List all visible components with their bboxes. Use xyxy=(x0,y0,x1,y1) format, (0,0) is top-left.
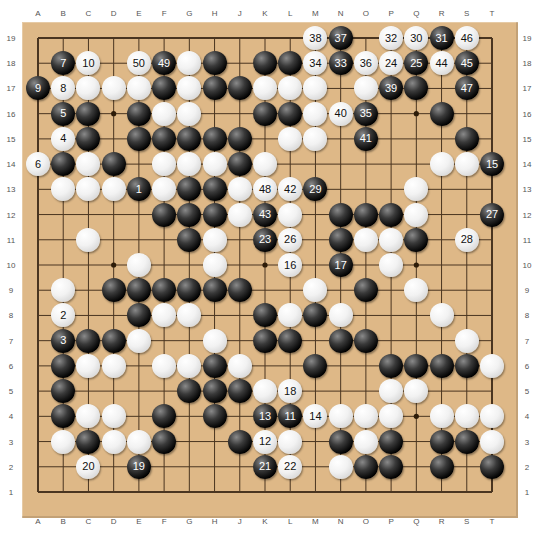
stone-black-B16: 5 xyxy=(51,102,75,126)
coord-bottom-Q: Q xyxy=(413,517,419,526)
coord-bottom-L: L xyxy=(288,517,292,526)
stone-white-E7 xyxy=(127,329,151,353)
stone-black-K11: 23 xyxy=(253,228,277,252)
coord-bottom-F: F xyxy=(162,517,167,526)
go-diagram: 3837323031467105049343336242544459839475… xyxy=(0,0,540,540)
stone-white-C17 xyxy=(76,76,100,100)
stone-black-B7: 3 xyxy=(51,329,75,353)
stone-black-J9 xyxy=(228,278,252,302)
stone-black-M6 xyxy=(303,354,327,378)
stone-white-B13 xyxy=(51,177,75,201)
stone-black-O12 xyxy=(354,203,378,227)
coord-top-R: R xyxy=(439,9,445,18)
stone-black-N3 xyxy=(329,430,353,454)
stone-black-O15: 41 xyxy=(354,127,378,151)
stone-black-N19: 37 xyxy=(329,26,353,50)
stone-black-J3 xyxy=(228,430,252,454)
stone-black-C15 xyxy=(76,127,100,151)
coord-right-3: 3 xyxy=(525,437,529,446)
stone-white-L15 xyxy=(278,127,302,151)
stone-white-S7 xyxy=(455,329,479,353)
stone-white-J12 xyxy=(228,203,252,227)
stone-black-N7 xyxy=(329,329,353,353)
stone-black-P6 xyxy=(379,354,403,378)
stone-black-E15 xyxy=(127,127,151,151)
stone-black-Q18: 25 xyxy=(404,51,428,75)
stone-black-D7 xyxy=(102,329,126,353)
stone-black-N18: 33 xyxy=(329,51,353,75)
coord-left-8: 8 xyxy=(9,311,13,320)
stone-black-B6 xyxy=(51,354,75,378)
stone-white-Q9 xyxy=(404,278,428,302)
coord-bottom-B: B xyxy=(61,517,66,526)
coord-right-18: 18 xyxy=(523,59,532,68)
coord-bottom-J: J xyxy=(238,517,242,526)
coord-left-9: 9 xyxy=(9,286,13,295)
stone-white-C14 xyxy=(76,152,100,176)
stone-white-O11 xyxy=(354,228,378,252)
stone-black-B4 xyxy=(51,404,75,428)
coord-left-13: 13 xyxy=(7,185,16,194)
stone-white-D3 xyxy=(102,430,126,454)
stone-black-O2 xyxy=(354,455,378,479)
stone-white-A14: 6 xyxy=(26,152,50,176)
coord-left-4: 4 xyxy=(9,412,13,421)
stone-black-L7 xyxy=(278,329,302,353)
stone-black-R3 xyxy=(430,430,454,454)
stone-black-C3 xyxy=(76,430,100,454)
stone-white-R8 xyxy=(430,303,454,327)
stone-white-O18: 36 xyxy=(354,51,378,75)
stone-white-G8 xyxy=(177,303,201,327)
coord-top-T: T xyxy=(490,9,495,18)
coord-left-6: 6 xyxy=(9,361,13,370)
stone-black-B14 xyxy=(51,152,75,176)
stone-white-K5 xyxy=(253,379,277,403)
stone-black-D14 xyxy=(102,152,126,176)
stone-black-P3 xyxy=(379,430,403,454)
stone-black-H9 xyxy=(203,278,227,302)
stone-black-E8 xyxy=(127,303,151,327)
stone-black-Q17 xyxy=(404,76,428,100)
stone-black-O7 xyxy=(354,329,378,353)
coord-top-C: C xyxy=(86,9,92,18)
coord-right-8: 8 xyxy=(525,311,529,320)
stone-black-H13 xyxy=(203,177,227,201)
stone-black-K18 xyxy=(253,51,277,75)
stone-black-M8 xyxy=(303,303,327,327)
coord-bottom-O: O xyxy=(363,517,369,526)
stone-white-K13: 48 xyxy=(253,177,277,201)
coord-top-P: P xyxy=(388,9,393,18)
go-board[interactable]: 3837323031467105049343336242544459839475… xyxy=(22,22,518,518)
stone-black-R2 xyxy=(430,455,454,479)
stone-black-F3 xyxy=(152,430,176,454)
stone-white-F6 xyxy=(152,354,176,378)
stone-white-E18: 50 xyxy=(127,51,151,75)
stone-black-K2: 21 xyxy=(253,455,277,479)
coord-left-19: 19 xyxy=(7,34,16,43)
coord-right-19: 19 xyxy=(523,34,532,43)
stone-white-L2: 22 xyxy=(278,455,302,479)
stone-white-J13 xyxy=(228,177,252,201)
stone-white-B9 xyxy=(51,278,75,302)
stone-white-P10 xyxy=(379,253,403,277)
coord-left-16: 16 xyxy=(7,109,16,118)
stone-black-K12: 43 xyxy=(253,203,277,227)
stone-white-P11 xyxy=(379,228,403,252)
coord-right-13: 13 xyxy=(523,185,532,194)
coord-bottom-A: A xyxy=(35,517,40,526)
stone-white-G16 xyxy=(177,102,201,126)
stone-white-L17 xyxy=(278,76,302,100)
stone-black-G5 xyxy=(177,379,201,403)
stone-black-L18 xyxy=(278,51,302,75)
coord-right-10: 10 xyxy=(523,261,532,270)
stone-white-C13 xyxy=(76,177,100,201)
coord-left-15: 15 xyxy=(7,134,16,143)
stone-white-M18: 34 xyxy=(303,51,327,75)
coord-bottom-R: R xyxy=(439,517,445,526)
stone-black-F15 xyxy=(152,127,176,151)
stone-white-E17 xyxy=(127,76,151,100)
coord-top-H: H xyxy=(212,9,218,18)
coord-top-E: E xyxy=(136,9,141,18)
stone-black-H15 xyxy=(203,127,227,151)
stone-white-S4 xyxy=(455,404,479,428)
stone-white-M19: 38 xyxy=(303,26,327,50)
coord-left-17: 17 xyxy=(7,84,16,93)
stone-black-F17 xyxy=(152,76,176,100)
coord-top-M: M xyxy=(312,9,319,18)
stone-white-T6 xyxy=(480,354,504,378)
stone-black-S18: 45 xyxy=(455,51,479,75)
coord-right-7: 7 xyxy=(525,336,529,345)
stone-white-E3 xyxy=(127,430,151,454)
stone-black-B18: 7 xyxy=(51,51,75,75)
stone-black-Q11 xyxy=(404,228,428,252)
stone-black-K7 xyxy=(253,329,277,353)
coord-bottom-C: C xyxy=(86,517,92,526)
stone-black-O9 xyxy=(354,278,378,302)
coord-right-4: 4 xyxy=(525,412,529,421)
stone-white-C11 xyxy=(76,228,100,252)
stone-white-T4 xyxy=(480,404,504,428)
stone-white-E10 xyxy=(127,253,151,277)
stone-white-D17 xyxy=(102,76,126,100)
stone-black-E13: 1 xyxy=(127,177,151,201)
coord-left-5: 5 xyxy=(9,387,13,396)
stone-black-E9 xyxy=(127,278,151,302)
stone-white-P19: 32 xyxy=(379,26,403,50)
coord-right-15: 15 xyxy=(523,134,532,143)
stone-black-K4: 13 xyxy=(253,404,277,428)
coord-right-14: 14 xyxy=(523,160,532,169)
stone-white-L10: 16 xyxy=(278,253,302,277)
stone-white-D13 xyxy=(102,177,126,201)
stone-white-L11: 26 xyxy=(278,228,302,252)
stone-black-L16 xyxy=(278,102,302,126)
stone-black-H18 xyxy=(203,51,227,75)
stone-white-C4 xyxy=(76,404,100,428)
stone-white-L13: 42 xyxy=(278,177,302,201)
stone-white-G17 xyxy=(177,76,201,100)
stone-black-S3 xyxy=(455,430,479,454)
stone-black-G11 xyxy=(177,228,201,252)
stone-black-J15 xyxy=(228,127,252,151)
stone-white-B15: 4 xyxy=(51,127,75,151)
coord-right-17: 17 xyxy=(523,84,532,93)
stone-black-N10: 17 xyxy=(329,253,353,277)
coord-bottom-H: H xyxy=(212,517,218,526)
stone-white-F13 xyxy=(152,177,176,201)
stone-black-Q6 xyxy=(404,354,428,378)
coord-top-L: L xyxy=(288,9,292,18)
coord-top-S: S xyxy=(464,9,469,18)
stone-white-M4: 14 xyxy=(303,404,327,428)
coord-bottom-E: E xyxy=(136,517,141,526)
stone-black-G15 xyxy=(177,127,201,151)
stone-black-P2 xyxy=(379,455,403,479)
stone-white-G18 xyxy=(177,51,201,75)
stone-black-F18: 49 xyxy=(152,51,176,75)
stone-black-K16 xyxy=(253,102,277,126)
stone-white-Q12 xyxy=(404,203,428,227)
stone-black-B5 xyxy=(51,379,75,403)
coord-bottom-T: T xyxy=(490,517,495,526)
stone-white-Q19: 30 xyxy=(404,26,428,50)
stone-black-T12: 27 xyxy=(480,203,504,227)
coord-right-11: 11 xyxy=(523,235,531,244)
stone-white-K14 xyxy=(253,152,277,176)
stone-white-G6 xyxy=(177,354,201,378)
coord-top-B: B xyxy=(61,9,66,18)
stone-white-R18: 44 xyxy=(430,51,454,75)
stone-white-N4 xyxy=(329,404,353,428)
stone-white-F16 xyxy=(152,102,176,126)
coord-top-Q: Q xyxy=(413,9,419,18)
stone-white-Q5 xyxy=(404,379,428,403)
stone-black-C16 xyxy=(76,102,100,126)
stone-white-F14 xyxy=(152,152,176,176)
stone-white-M15 xyxy=(303,127,327,151)
coord-left-18: 18 xyxy=(7,59,16,68)
stone-black-D9 xyxy=(102,278,126,302)
stone-black-T14: 15 xyxy=(480,152,504,176)
coord-bottom-S: S xyxy=(464,517,469,526)
stone-black-E16 xyxy=(127,102,151,126)
stone-black-R6 xyxy=(430,354,454,378)
stone-white-B3 xyxy=(51,430,75,454)
stone-white-B8: 2 xyxy=(51,303,75,327)
stone-white-P18: 24 xyxy=(379,51,403,75)
coord-right-9: 9 xyxy=(525,286,529,295)
stone-white-B17: 8 xyxy=(51,76,75,100)
stone-white-H11 xyxy=(203,228,227,252)
coord-right-1: 1 xyxy=(525,488,529,497)
stone-black-S6 xyxy=(455,354,479,378)
stone-white-K3: 12 xyxy=(253,430,277,454)
stone-black-N11 xyxy=(329,228,353,252)
coord-left-1: 1 xyxy=(9,488,13,497)
stone-white-D6 xyxy=(102,354,126,378)
coord-right-16: 16 xyxy=(523,109,532,118)
coord-left-12: 12 xyxy=(7,210,16,219)
stone-white-C2: 20 xyxy=(76,455,100,479)
stone-black-R16 xyxy=(430,102,454,126)
stone-white-S14 xyxy=(455,152,479,176)
stone-black-K8 xyxy=(253,303,277,327)
coord-top-O: O xyxy=(363,9,369,18)
stone-black-E2: 19 xyxy=(127,455,151,479)
stone-white-H10 xyxy=(203,253,227,277)
stone-white-N16: 40 xyxy=(329,102,353,126)
stone-white-L3 xyxy=(278,430,302,454)
stone-white-L5: 18 xyxy=(278,379,302,403)
coord-right-12: 12 xyxy=(523,210,532,219)
coord-top-K: K xyxy=(262,9,267,18)
coord-right-2: 2 xyxy=(525,462,529,471)
coord-top-J: J xyxy=(238,9,242,18)
stone-black-P12 xyxy=(379,203,403,227)
stone-white-D4 xyxy=(102,404,126,428)
coord-right-6: 6 xyxy=(525,361,529,370)
coord-bottom-N: N xyxy=(338,517,344,526)
coord-left-3: 3 xyxy=(9,437,13,446)
coord-bottom-K: K xyxy=(262,517,267,526)
stone-white-K17 xyxy=(253,76,277,100)
coord-top-D: D xyxy=(111,9,117,18)
stone-white-G14 xyxy=(177,152,201,176)
stone-white-T3 xyxy=(480,430,504,454)
stone-black-G9 xyxy=(177,278,201,302)
stone-white-N2 xyxy=(329,455,353,479)
stone-black-J5 xyxy=(228,379,252,403)
stone-black-H17 xyxy=(203,76,227,100)
stone-black-L4: 11 xyxy=(278,404,302,428)
stone-black-J14 xyxy=(228,152,252,176)
coord-left-14: 14 xyxy=(7,160,16,169)
stone-black-R19: 31 xyxy=(430,26,454,50)
stone-black-N12 xyxy=(329,203,353,227)
stone-black-H6 xyxy=(203,354,227,378)
coord-top-F: F xyxy=(162,9,167,18)
stone-black-F4 xyxy=(152,404,176,428)
stone-black-G13 xyxy=(177,177,201,201)
coord-left-11: 11 xyxy=(7,235,15,244)
stone-white-J6 xyxy=(228,354,252,378)
stone-white-N8 xyxy=(329,303,353,327)
stone-black-C7 xyxy=(76,329,100,353)
stone-white-O17 xyxy=(354,76,378,100)
stone-white-P5 xyxy=(379,379,403,403)
stone-black-S17: 47 xyxy=(455,76,479,100)
stone-white-S19: 46 xyxy=(455,26,479,50)
stone-white-M17 xyxy=(303,76,327,100)
stone-black-J17 xyxy=(228,76,252,100)
stone-black-F12 xyxy=(152,203,176,227)
stone-black-T2 xyxy=(480,455,504,479)
stone-black-G12 xyxy=(177,203,201,227)
stone-white-C18: 10 xyxy=(76,51,100,75)
stone-black-H12 xyxy=(203,203,227,227)
stone-white-H14 xyxy=(203,152,227,176)
stone-white-M16 xyxy=(303,102,327,126)
coord-bottom-M: M xyxy=(312,517,319,526)
stone-white-C6 xyxy=(76,354,100,378)
stone-white-L8 xyxy=(278,303,302,327)
stone-white-R14 xyxy=(430,152,454,176)
stone-black-P17: 39 xyxy=(379,76,403,100)
coord-right-5: 5 xyxy=(525,387,529,396)
coord-top-N: N xyxy=(338,9,344,18)
stone-white-H7 xyxy=(203,329,227,353)
stone-white-S11: 28 xyxy=(455,228,479,252)
stone-white-F8 xyxy=(152,303,176,327)
stone-white-M9 xyxy=(303,278,327,302)
coord-bottom-G: G xyxy=(186,517,192,526)
stone-white-O4 xyxy=(354,404,378,428)
coord-bottom-D: D xyxy=(111,517,117,526)
stone-white-P4 xyxy=(379,404,403,428)
stone-black-A17: 9 xyxy=(26,76,50,100)
coord-top-G: G xyxy=(186,9,192,18)
stone-white-O3 xyxy=(354,430,378,454)
coord-left-10: 10 xyxy=(7,261,16,270)
stone-black-O16: 35 xyxy=(354,102,378,126)
coord-left-2: 2 xyxy=(9,462,13,471)
stone-white-L12 xyxy=(278,203,302,227)
stone-black-F9 xyxy=(152,278,176,302)
stone-black-H5 xyxy=(203,379,227,403)
stone-white-Q13 xyxy=(404,177,428,201)
coord-bottom-P: P xyxy=(388,517,393,526)
coord-top-A: A xyxy=(35,9,40,18)
stone-white-R4 xyxy=(430,404,454,428)
stone-black-H4 xyxy=(203,404,227,428)
coord-left-7: 7 xyxy=(9,336,13,345)
stone-black-S15 xyxy=(455,127,479,151)
stone-black-M13: 29 xyxy=(303,177,327,201)
